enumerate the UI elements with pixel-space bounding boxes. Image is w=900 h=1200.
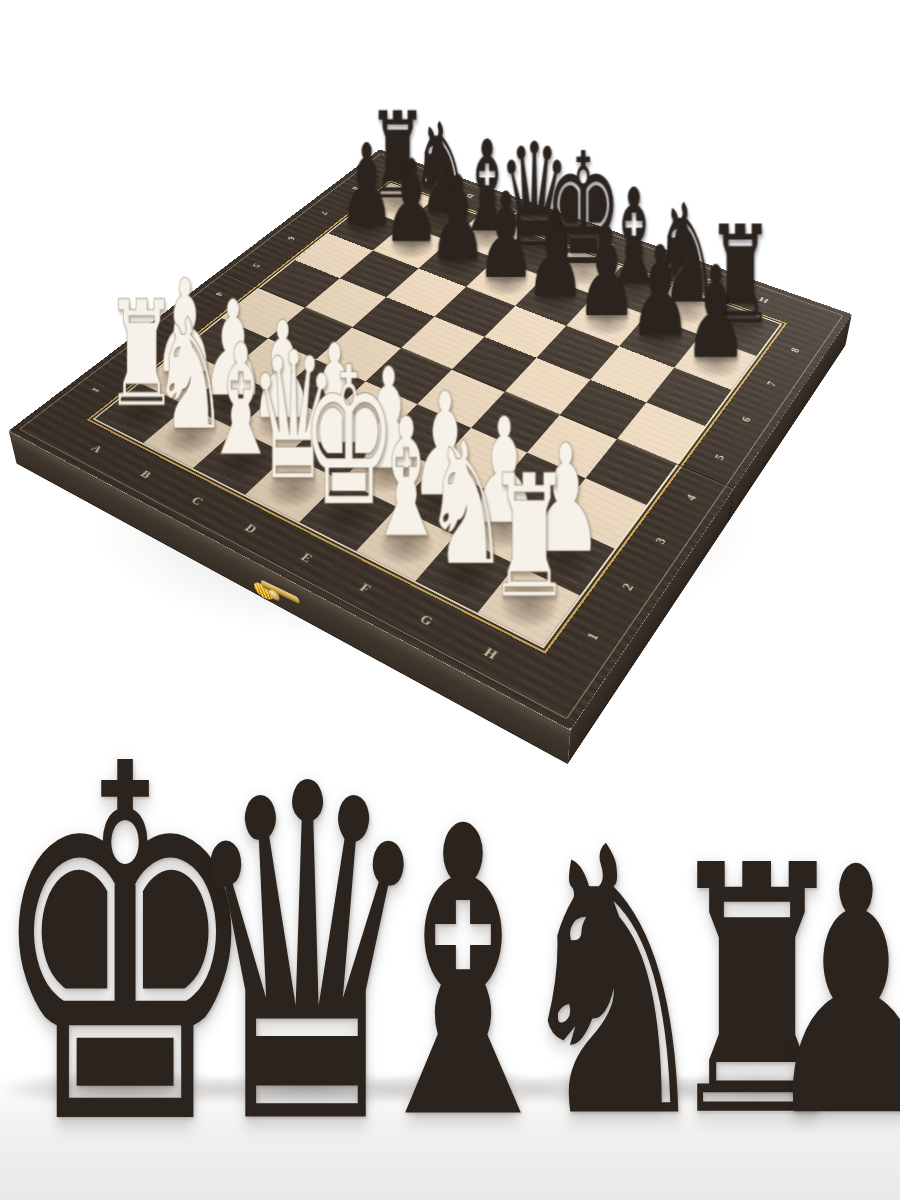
white-rook-glyph: ♜ (486, 460, 571, 613)
board-top: ♜♞♝♛♚♝♞♜♟♟♟♟♟♟♟♟♟♟♟♟♟♟♟♟♜♞♝♛♚♝♞♜ AABBCCD… (9, 149, 852, 729)
board-photo-section: ♜♞♝♛♚♝♞♜♟♟♟♟♟♟♟♟♟♟♟♟♟♟♟♟♜♞♝♛♚♝♞♜ AABBCCD… (0, 0, 900, 720)
lineup-black-pawn: ♟ (762, 823, 900, 1163)
black-pawn-glyph: ♟ (629, 236, 692, 348)
black-pawn-glyph: ♟ (683, 255, 747, 370)
chess-board: ♜♞♝♛♚♝♞♜♟♟♟♟♟♟♟♟♟♟♟♟♟♟♟♟♜♞♝♛♚♝♞♜ AABBCCD… (9, 149, 852, 729)
fold-seam-side (728, 489, 734, 523)
piece-lineup-section: ♚♛♝♞♜♟ (0, 700, 900, 1200)
chess-set-product-photo: ♜♞♝♛♚♝♞♜♟♟♟♟♟♟♟♟♟♟♟♟♟♟♟♟♜♞♝♛♚♝♞♜ AABBCCD… (0, 0, 900, 1200)
